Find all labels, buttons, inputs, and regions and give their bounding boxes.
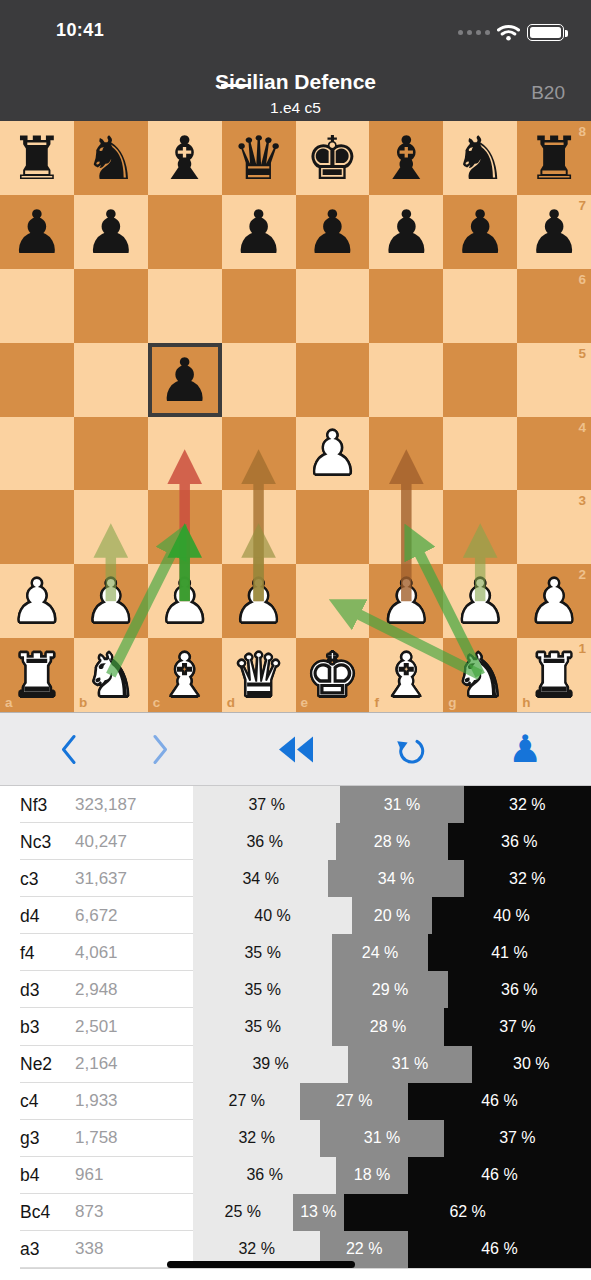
black-win-segment: 36 % bbox=[448, 823, 591, 860]
games-count: 6,672 bbox=[75, 906, 118, 926]
piece-black-pawn: ♟ bbox=[379, 202, 433, 262]
move-row-f4[interactable]: f44,06135 %24 %41 % bbox=[0, 934, 591, 971]
draw-segment: 18 % bbox=[336, 1157, 408, 1194]
move-label: g3 bbox=[20, 1128, 39, 1149]
rank-label-5: 5 bbox=[578, 346, 586, 361]
move-label: b4 bbox=[20, 1165, 39, 1186]
chevron-left-icon bbox=[60, 734, 77, 765]
piece-black-pawn: ♟ bbox=[158, 350, 212, 410]
games-count: 4,061 bbox=[75, 943, 118, 963]
black-win-segment: 32 % bbox=[464, 786, 591, 823]
square-g2[interactable]: ♟ bbox=[443, 564, 517, 638]
rank-label-3: 3 bbox=[578, 493, 586, 508]
piece-black-rook: ♜ bbox=[527, 128, 581, 188]
chess-board: ♜♞♝♛♚♝♞♜8♟♟♟♟♟♟♟76♟5♟43♟♟♟♟♟♟♟2♜a♞b♝c♛d♚… bbox=[0, 121, 591, 712]
games-count: 2,948 bbox=[75, 980, 118, 1000]
square-h7[interactable]: ♟7 bbox=[517, 195, 591, 269]
black-win-segment: 40 % bbox=[432, 897, 591, 934]
draw-segment: 28 % bbox=[332, 1008, 443, 1045]
square-c8[interactable]: ♝ bbox=[148, 121, 222, 195]
square-b1[interactable]: ♞b bbox=[74, 638, 148, 712]
piece-black-knight: ♞ bbox=[84, 128, 138, 188]
square-c1[interactable]: ♝c bbox=[148, 638, 222, 712]
rank-label-2: 2 bbox=[578, 567, 586, 582]
square-d4[interactable] bbox=[222, 417, 296, 491]
square-a8[interactable]: ♜ bbox=[0, 121, 74, 195]
square-h4[interactable]: 4 bbox=[517, 417, 591, 491]
draw-segment: 31 % bbox=[348, 1046, 471, 1083]
table-bottom-divider bbox=[20, 1268, 591, 1269]
square-d8[interactable]: ♛ bbox=[222, 121, 296, 195]
status-icons bbox=[458, 24, 564, 41]
rewind-to-start-button[interactable] bbox=[270, 713, 320, 785]
piece-white-pawn: ♟ bbox=[379, 571, 433, 631]
games-count: 2,164 bbox=[75, 1054, 118, 1074]
move-row-d4[interactable]: d46,67240 %20 %40 % bbox=[0, 897, 591, 934]
square-h6[interactable]: 6 bbox=[517, 269, 591, 343]
square-a6[interactable] bbox=[0, 269, 74, 343]
result-bar: 25 %13 %62 % bbox=[193, 1194, 591, 1231]
file-label-h: h bbox=[522, 695, 530, 710]
move-row-b3[interactable]: b32,50135 %28 %37 % bbox=[0, 1008, 591, 1045]
square-b8[interactable]: ♞ bbox=[74, 121, 148, 195]
piece-black-king: ♚ bbox=[306, 128, 360, 188]
file-label-f: f bbox=[374, 695, 379, 710]
piece-black-bishop: ♝ bbox=[158, 128, 212, 188]
result-bar: 34 %34 %32 % bbox=[193, 860, 591, 897]
square-b6[interactable] bbox=[74, 269, 148, 343]
square-h5[interactable]: 5 bbox=[517, 343, 591, 417]
square-g4[interactable] bbox=[443, 417, 517, 491]
rank-label-1: 1 bbox=[578, 641, 586, 656]
back-button[interactable] bbox=[46, 713, 90, 785]
piece-black-pawn: ♟ bbox=[10, 202, 64, 262]
square-a7[interactable]: ♟ bbox=[0, 195, 74, 269]
result-bar: 37 %31 %32 % bbox=[193, 786, 591, 823]
result-bar: 35 %24 %41 % bbox=[193, 934, 591, 971]
piece-white-pawn: ♟ bbox=[84, 571, 138, 631]
square-e5[interactable] bbox=[296, 343, 370, 417]
pawn-icon: ♟ bbox=[508, 730, 542, 768]
square-h1[interactable]: ♜1h bbox=[517, 638, 591, 712]
flip-board-button[interactable]: ♟ bbox=[500, 713, 550, 785]
draw-segment: 27 % bbox=[300, 1083, 407, 1120]
square-f7[interactable]: ♟ bbox=[369, 195, 443, 269]
rank-label-7: 7 bbox=[578, 198, 586, 213]
square-d6[interactable] bbox=[222, 269, 296, 343]
rewind-icon bbox=[277, 736, 314, 763]
draw-segment: 31 % bbox=[320, 1120, 443, 1157]
black-win-segment: 41 % bbox=[428, 934, 591, 971]
square-g1[interactable]: ♞g bbox=[443, 638, 517, 712]
move-row-g3[interactable]: g31,75832 %31 %37 % bbox=[0, 1120, 591, 1157]
file-label-b: b bbox=[79, 695, 87, 710]
piece-white-bishop: ♝ bbox=[158, 645, 212, 705]
status-time: 10:41 bbox=[56, 20, 104, 41]
white-win-segment: 25 % bbox=[193, 1194, 293, 1231]
piece-white-king: ♚ bbox=[306, 645, 360, 705]
piece-white-pawn: ♟ bbox=[306, 423, 360, 483]
piece-black-pawn: ♟ bbox=[84, 202, 138, 262]
draw-segment: 13 % bbox=[293, 1194, 345, 1231]
draw-segment: 28 % bbox=[336, 823, 447, 860]
square-e8[interactable]: ♚ bbox=[296, 121, 370, 195]
eco-code: B20 bbox=[531, 82, 565, 104]
chevron-right-icon bbox=[152, 734, 169, 765]
result-bar: 36 %18 %46 % bbox=[193, 1157, 591, 1194]
rank-label-6: 6 bbox=[578, 272, 586, 287]
cellular-signal-dots-icon bbox=[458, 30, 490, 35]
move-label: d3 bbox=[20, 979, 39, 1000]
move-label: Bc4 bbox=[20, 1202, 50, 1223]
square-b5[interactable] bbox=[74, 343, 148, 417]
piece-black-pawn: ♟ bbox=[306, 202, 360, 262]
move-row-Bc4[interactable]: Bc487325 %13 %62 % bbox=[0, 1194, 591, 1231]
square-c5[interactable]: ♟ bbox=[148, 343, 222, 417]
square-f3[interactable] bbox=[369, 490, 443, 564]
black-win-segment: 46 % bbox=[408, 1231, 591, 1268]
move-row-c3[interactable]: c331,63734 %34 %32 % bbox=[0, 860, 591, 897]
result-bar: 35 %28 %37 % bbox=[193, 1008, 591, 1045]
result-bar: 36 %28 %36 % bbox=[193, 823, 591, 860]
move-row-Nc3[interactable]: Nc340,24736 %28 %36 % bbox=[0, 823, 591, 860]
games-count: 873 bbox=[75, 1202, 103, 1222]
square-c4[interactable] bbox=[148, 417, 222, 491]
white-win-segment: 36 % bbox=[193, 1157, 336, 1194]
move-label: d4 bbox=[20, 905, 39, 926]
black-win-segment: 46 % bbox=[408, 1157, 591, 1194]
file-label-a: a bbox=[5, 695, 13, 710]
square-e7[interactable]: ♟ bbox=[296, 195, 370, 269]
piece-white-pawn: ♟ bbox=[453, 571, 507, 631]
white-win-segment: 40 % bbox=[193, 897, 352, 934]
square-h8[interactable]: ♜8 bbox=[517, 121, 591, 195]
home-indicator[interactable] bbox=[167, 1261, 355, 1268]
rank-label-4: 4 bbox=[578, 420, 586, 435]
piece-black-pawn: ♟ bbox=[453, 202, 507, 262]
white-win-segment: 35 % bbox=[193, 971, 332, 1008]
games-count: 323,187 bbox=[75, 795, 136, 815]
square-f5[interactable] bbox=[369, 343, 443, 417]
square-g6[interactable] bbox=[443, 269, 517, 343]
black-win-segment: 37 % bbox=[444, 1120, 591, 1157]
white-win-segment: 39 % bbox=[193, 1046, 348, 1083]
move-row-d3[interactable]: d32,94835 %29 %36 % bbox=[0, 971, 591, 1008]
square-e3[interactable] bbox=[296, 490, 370, 564]
piece-white-pawn: ♟ bbox=[10, 571, 64, 631]
move-row-c4[interactable]: c41,93327 %27 %46 % bbox=[0, 1083, 591, 1120]
white-win-segment: 35 % bbox=[193, 934, 332, 971]
games-count: 961 bbox=[75, 1165, 103, 1185]
games-count: 1,933 bbox=[75, 1091, 118, 1111]
piece-black-pawn: ♟ bbox=[527, 202, 581, 262]
square-d7[interactable]: ♟ bbox=[222, 195, 296, 269]
opening-moves-table: Nf3323,18737 %31 %32 %Nc340,24736 %28 %3… bbox=[0, 786, 591, 1268]
header: 10:41 Sicilian Defence 1.e4 c5 B20 bbox=[0, 0, 591, 121]
piece-black-knight: ♞ bbox=[453, 128, 507, 188]
opening-moves-subtitle: 1.e4 c5 bbox=[0, 99, 591, 117]
move-label: c4 bbox=[20, 1091, 38, 1112]
piece-white-pawn: ♟ bbox=[232, 571, 286, 631]
file-label-d: d bbox=[227, 695, 235, 710]
battery-icon bbox=[527, 24, 564, 41]
black-win-segment: 36 % bbox=[448, 971, 591, 1008]
square-b7[interactable]: ♟ bbox=[74, 195, 148, 269]
draw-segment: 20 % bbox=[352, 897, 432, 934]
square-g8[interactable]: ♞ bbox=[443, 121, 517, 195]
square-d1[interactable]: ♛d bbox=[222, 638, 296, 712]
move-label: b3 bbox=[20, 1017, 39, 1038]
square-b4[interactable] bbox=[74, 417, 148, 491]
piece-black-bishop: ♝ bbox=[379, 128, 433, 188]
white-win-segment: 34 % bbox=[193, 860, 328, 897]
black-win-segment: 46 % bbox=[408, 1083, 591, 1120]
forward-button[interactable] bbox=[138, 713, 182, 785]
piece-white-rook: ♜ bbox=[10, 645, 64, 705]
board-toolbar: ♟ bbox=[0, 712, 591, 786]
move-label: c3 bbox=[20, 868, 38, 889]
piece-black-rook: ♜ bbox=[10, 128, 64, 188]
piece-white-bishop: ♝ bbox=[379, 645, 433, 705]
black-win-segment: 62 % bbox=[344, 1194, 591, 1231]
piece-white-knight: ♞ bbox=[84, 645, 138, 705]
square-c2[interactable]: ♟ bbox=[148, 564, 222, 638]
square-c3[interactable] bbox=[148, 490, 222, 564]
result-bar: 32 %31 %37 % bbox=[193, 1120, 591, 1157]
reset-button[interactable] bbox=[385, 713, 435, 785]
page-title: Sicilian Defence bbox=[0, 70, 591, 94]
draw-segment: 29 % bbox=[332, 971, 447, 1008]
result-bar: 40 %20 %40 % bbox=[193, 897, 591, 934]
file-label-g: g bbox=[448, 695, 456, 710]
black-win-segment: 37 % bbox=[444, 1008, 591, 1045]
result-bar: 39 %31 %30 % bbox=[193, 1046, 591, 1083]
square-d3[interactable] bbox=[222, 490, 296, 564]
move-label: f4 bbox=[20, 942, 35, 963]
square-d5[interactable] bbox=[222, 343, 296, 417]
move-label: Nf3 bbox=[20, 794, 47, 815]
file-label-e: e bbox=[301, 695, 309, 710]
draw-segment: 34 % bbox=[328, 860, 463, 897]
piece-white-pawn: ♟ bbox=[527, 571, 581, 631]
white-win-segment: 37 % bbox=[193, 786, 340, 823]
square-a5[interactable] bbox=[0, 343, 74, 417]
draw-segment: 24 % bbox=[332, 934, 428, 971]
move-label: Ne2 bbox=[20, 1054, 52, 1075]
square-f1[interactable]: ♝f bbox=[369, 638, 443, 712]
square-f6[interactable] bbox=[369, 269, 443, 343]
rank-label-8: 8 bbox=[578, 124, 586, 139]
square-a2[interactable]: ♟ bbox=[0, 564, 74, 638]
white-win-segment: 27 % bbox=[193, 1083, 300, 1120]
piece-white-rook: ♜ bbox=[527, 645, 581, 705]
square-e6[interactable] bbox=[296, 269, 370, 343]
square-e4[interactable]: ♟ bbox=[296, 417, 370, 491]
move-row-b4[interactable]: b496136 %18 %46 % bbox=[0, 1157, 591, 1194]
piece-white-knight: ♞ bbox=[453, 645, 507, 705]
square-g7[interactable]: ♟ bbox=[443, 195, 517, 269]
square-f2[interactable]: ♟ bbox=[369, 564, 443, 638]
square-h3[interactable]: 3 bbox=[517, 490, 591, 564]
move-row-Ne2[interactable]: Ne22,16439 %31 %30 % bbox=[0, 1046, 591, 1083]
square-f4[interactable] bbox=[369, 417, 443, 491]
square-e1[interactable]: ♚e bbox=[296, 638, 370, 712]
result-bar: 35 %29 %36 % bbox=[193, 971, 591, 1008]
square-a4[interactable] bbox=[0, 417, 74, 491]
move-label: Nc3 bbox=[20, 831, 51, 852]
white-win-segment: 36 % bbox=[193, 823, 336, 860]
piece-white-pawn: ♟ bbox=[158, 571, 212, 631]
games-count: 31,637 bbox=[75, 869, 127, 889]
square-a3[interactable] bbox=[0, 490, 74, 564]
games-count: 338 bbox=[75, 1239, 103, 1259]
square-f8[interactable]: ♝ bbox=[369, 121, 443, 195]
black-win-segment: 32 % bbox=[464, 860, 591, 897]
square-h2[interactable]: ♟2 bbox=[517, 564, 591, 638]
square-b3[interactable] bbox=[74, 490, 148, 564]
square-g3[interactable] bbox=[443, 490, 517, 564]
wifi-icon bbox=[497, 24, 520, 41]
black-win-segment: 30 % bbox=[472, 1046, 591, 1083]
rotate-counterclockwise-icon bbox=[393, 732, 427, 766]
square-g5[interactable] bbox=[443, 343, 517, 417]
square-c6[interactable] bbox=[148, 269, 222, 343]
games-count: 1,758 bbox=[75, 1128, 118, 1148]
games-count: 40,247 bbox=[75, 832, 127, 852]
result-bar: 27 %27 %46 % bbox=[193, 1083, 591, 1120]
piece-black-queen: ♛ bbox=[232, 128, 286, 188]
square-e2[interactable] bbox=[296, 564, 370, 638]
square-d2[interactable]: ♟ bbox=[222, 564, 296, 638]
draw-segment: 31 % bbox=[340, 786, 463, 823]
move-row-Nf3[interactable]: Nf3323,18737 %31 %32 % bbox=[0, 786, 591, 823]
games-count: 2,501 bbox=[75, 1017, 118, 1037]
white-win-segment: 32 % bbox=[193, 1120, 320, 1157]
square-c7[interactable] bbox=[148, 195, 222, 269]
piece-black-pawn: ♟ bbox=[232, 202, 286, 262]
file-label-c: c bbox=[153, 695, 161, 710]
square-b2[interactable]: ♟ bbox=[74, 564, 148, 638]
square-a1[interactable]: ♜a bbox=[0, 638, 74, 712]
white-win-segment: 35 % bbox=[193, 1008, 332, 1045]
piece-white-queen: ♛ bbox=[232, 645, 286, 705]
move-label: a3 bbox=[20, 1239, 39, 1260]
